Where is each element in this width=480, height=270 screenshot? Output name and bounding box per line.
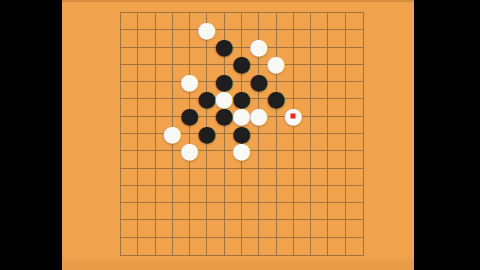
board-cell[interactable] [225,186,242,203]
board-cell[interactable] [346,30,363,47]
board-cell[interactable] [328,238,345,255]
board-cell[interactable] [242,238,259,255]
board-cell[interactable] [138,186,155,203]
board-cell[interactable] [294,203,311,220]
board-cell[interactable] [121,238,138,255]
board-cell[interactable] [207,151,224,168]
board-cell[interactable] [277,220,294,237]
board-cell[interactable] [173,13,190,30]
white-stone: ● [181,142,199,160]
board-cell[interactable] [311,117,328,134]
board-cell[interactable] [346,169,363,186]
board-cell[interactable] [328,48,345,65]
board-cell[interactable] [346,151,363,168]
board-cell[interactable] [294,48,311,65]
board-cell[interactable] [346,203,363,220]
board-cell[interactable] [190,203,207,220]
board-cell[interactable] [328,151,345,168]
board-cell[interactable] [311,220,328,237]
board-cell[interactable] [311,65,328,82]
board-cell[interactable] [259,203,276,220]
board-cell[interactable] [121,82,138,99]
stone-glyph: ● [180,142,199,160]
board-cell[interactable] [346,13,363,30]
board-cell[interactable] [346,99,363,116]
board-cell[interactable] [138,99,155,116]
board-cell[interactable] [121,99,138,116]
board-cell[interactable] [311,13,328,30]
board-cell[interactable] [138,203,155,220]
white-stone: ● [233,142,251,160]
white-stone: ● [181,73,199,91]
board-cell[interactable] [225,13,242,30]
board-cell[interactable] [156,30,173,47]
board-cell[interactable] [328,13,345,30]
board-cell[interactable] [190,220,207,237]
board-cell[interactable] [346,117,363,134]
board-cell[interactable] [259,151,276,168]
board-cell[interactable] [138,30,155,47]
board-cell[interactable] [156,151,173,168]
board-cell[interactable] [311,151,328,168]
board-cell[interactable] [311,203,328,220]
board-cell[interactable] [138,13,155,30]
board-cell[interactable] [294,151,311,168]
board-cell[interactable] [328,169,345,186]
board-cell[interactable] [156,203,173,220]
board-cell[interactable] [328,203,345,220]
white-stone: ● [267,55,285,73]
board-cell[interactable] [156,220,173,237]
board-cell[interactable] [173,30,190,47]
board-cell[interactable] [242,169,259,186]
board-cell[interactable] [311,186,328,203]
black-stone: ● [215,38,233,56]
board-cell[interactable] [138,238,155,255]
stone-glyph: ● [249,107,268,125]
board-cell[interactable] [294,169,311,186]
board-cell[interactable] [259,134,276,151]
board-cell[interactable] [138,151,155,168]
board-cell[interactable] [311,169,328,186]
board-cell[interactable] [277,13,294,30]
board-cell[interactable] [173,238,190,255]
board-cell[interactable] [328,186,345,203]
white-stone: ● [250,107,268,125]
board-cell[interactable] [190,186,207,203]
stone-glyph: ● [215,38,234,56]
board-cell[interactable] [138,220,155,237]
board-cell[interactable] [242,186,259,203]
board-cell[interactable] [173,186,190,203]
board-cell[interactable] [173,169,190,186]
board-cell[interactable] [121,30,138,47]
board-cell[interactable] [156,186,173,203]
stone-glyph: ● [266,90,285,108]
board-cell[interactable] [277,134,294,151]
board-cell[interactable] [173,203,190,220]
board-cell[interactable] [311,48,328,65]
left-letterbox [0,0,62,270]
black-stone: ● [198,125,216,143]
board-cell[interactable] [346,65,363,82]
board-cell[interactable] [156,82,173,99]
board-cell[interactable] [121,169,138,186]
board-cell[interactable] [328,99,345,116]
board-cell[interactable] [121,48,138,65]
board-cell[interactable] [311,82,328,99]
board-cell[interactable] [259,186,276,203]
board-cell[interactable] [311,134,328,151]
black-stone: ● [215,107,233,125]
board-cell[interactable] [121,65,138,82]
board-cell[interactable] [242,220,259,237]
board-cell[interactable] [328,30,345,47]
board-cell[interactable] [242,13,259,30]
board-cell[interactable] [190,238,207,255]
right-letterbox [414,0,480,270]
board-cell[interactable] [277,169,294,186]
board-cell[interactable] [156,48,173,65]
black-stone: ● [267,90,285,108]
board-cell[interactable] [138,48,155,65]
board-cell[interactable] [156,13,173,30]
board-cell[interactable] [121,134,138,151]
board-cell[interactable] [225,220,242,237]
board-cell[interactable] [277,186,294,203]
board-cell[interactable] [294,134,311,151]
stone-glyph: ● [266,55,285,73]
board-cell[interactable] [225,238,242,255]
board-cell[interactable] [259,238,276,255]
board-cell[interactable] [242,203,259,220]
black-stone: ● [198,90,216,108]
black-stone: ● [181,107,199,125]
board-cell[interactable] [294,13,311,30]
board-cell[interactable] [294,186,311,203]
video-frame: ●●●●●●●●●●●●●●●●●●●●●● [0,0,480,270]
board-cell[interactable] [138,65,155,82]
board-cell[interactable] [277,151,294,168]
stone-glyph: ● [197,21,216,39]
board-cell[interactable] [328,134,345,151]
board-cell[interactable] [190,169,207,186]
board-cell[interactable] [346,220,363,237]
board-cell[interactable] [259,169,276,186]
board-cell[interactable] [328,117,345,134]
white-stone: ● [198,21,216,39]
board-cell[interactable] [190,48,207,65]
board-cell[interactable] [173,48,190,65]
board-cell[interactable] [156,65,173,82]
board-cell[interactable] [259,13,276,30]
panel-bottom-shade [62,259,414,270]
board-cell[interactable] [207,169,224,186]
board-cell[interactable] [311,238,328,255]
white-stone: ● [284,107,302,125]
board-cell[interactable] [121,13,138,30]
board-cell[interactable] [156,238,173,255]
board-cell[interactable] [294,238,311,255]
board-cell[interactable] [121,220,138,237]
board-cell[interactable] [259,220,276,237]
board-cell[interactable] [225,203,242,220]
board-cell[interactable] [346,82,363,99]
board-cell[interactable] [328,65,345,82]
board-cell[interactable] [346,134,363,151]
board-cell[interactable] [277,30,294,47]
board-cell[interactable] [138,169,155,186]
white-stone: ● [163,125,181,143]
board-cell[interactable] [121,186,138,203]
board-cell[interactable] [207,203,224,220]
board-cell[interactable] [294,82,311,99]
board-cell[interactable] [173,220,190,237]
board-cell[interactable] [207,220,224,237]
board-cell[interactable] [138,134,155,151]
board-cell[interactable] [328,82,345,99]
board-cell[interactable] [138,117,155,134]
last-move-marker [291,114,296,119]
board-cell[interactable] [138,82,155,99]
stone-glyph: ● [197,125,216,143]
board-cell[interactable] [207,238,224,255]
board-cell[interactable] [294,220,311,237]
board-cell[interactable] [121,117,138,134]
board-cell[interactable] [121,151,138,168]
board-cell[interactable] [156,169,173,186]
board-cell[interactable] [277,238,294,255]
board-cell[interactable] [277,203,294,220]
board-cell[interactable] [294,65,311,82]
black-stone: ● [233,55,251,73]
board-cell[interactable] [225,169,242,186]
stone-glyph: ● [232,142,251,160]
board-cell[interactable] [346,48,363,65]
board-cell[interactable] [311,30,328,47]
board-cell[interactable] [294,30,311,47]
board-cell[interactable] [346,238,363,255]
board-cell[interactable] [311,99,328,116]
board-cell[interactable] [207,186,224,203]
board-cell[interactable] [121,203,138,220]
board-cell[interactable] [156,99,173,116]
board-cell[interactable] [346,186,363,203]
board-cell[interactable] [328,220,345,237]
board-panel: ●●●●●●●●●●●●●●●●●●●●●● [62,0,414,270]
